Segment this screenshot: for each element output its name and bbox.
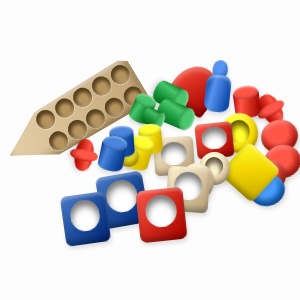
red-cube-with-hole-small-hole bbox=[200, 125, 227, 149]
wood-cube-with-hole-upper-hole bbox=[160, 141, 188, 166]
red-cube-with-hole-front-hole bbox=[144, 194, 178, 229]
blue-peg-figure[interactable] bbox=[202, 59, 234, 114]
blue-cube-with-hole-back-hole bbox=[103, 178, 139, 215]
blue-cube-with-hole-front-hole bbox=[68, 198, 102, 233]
toy-scene bbox=[0, 0, 300, 300]
red-cube-with-hole-front[interactable] bbox=[135, 187, 187, 244]
blue-cube-with-hole-front[interactable] bbox=[59, 191, 111, 247]
blue-cylinder-front[interactable] bbox=[96, 135, 128, 173]
red-spool-at-board[interactable] bbox=[68, 137, 99, 173]
